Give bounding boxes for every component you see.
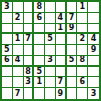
cell-r6c8[interactable]: 8 xyxy=(77,56,88,67)
cell-r4c6[interactable] xyxy=(56,34,67,45)
cell-r6c3[interactable] xyxy=(24,56,35,67)
cell-r7c1[interactable] xyxy=(2,67,13,78)
cell-r9c9[interactable]: 3 xyxy=(88,88,99,99)
cell-r2c8[interactable] xyxy=(77,13,88,24)
cell-r4c2[interactable]: 1 xyxy=(13,34,24,45)
cell-r9c2[interactable]: 7 xyxy=(13,88,24,99)
cell-r9c8[interactable] xyxy=(77,88,88,99)
cell-r1c8[interactable]: 1 xyxy=(77,2,88,13)
cell-r6c7[interactable]: 5 xyxy=(67,56,78,67)
cell-r3c5[interactable] xyxy=(45,24,56,35)
cell-r9c1[interactable] xyxy=(2,88,13,99)
cell-r2c5[interactable] xyxy=(45,13,56,24)
cell-r8c7[interactable] xyxy=(67,77,78,88)
cell-r1c3[interactable] xyxy=(24,2,35,13)
cell-r8c4[interactable]: 1 xyxy=(34,77,45,88)
cell-r6c1[interactable]: 6 xyxy=(2,56,13,67)
cell-r1c1[interactable]: 3 xyxy=(2,2,13,13)
cell-r2c9[interactable] xyxy=(88,13,99,24)
cell-r8c9[interactable] xyxy=(88,77,99,88)
cell-r5c6[interactable] xyxy=(56,45,67,56)
cell-r8c2[interactable] xyxy=(13,77,24,88)
cell-r6c9[interactable] xyxy=(88,56,99,67)
cell-r5c7[interactable] xyxy=(67,45,78,56)
cell-r7c9[interactable] xyxy=(88,67,99,78)
cell-r7c6[interactable] xyxy=(56,67,67,78)
cell-r3c3[interactable] xyxy=(24,24,35,35)
cell-r7c5[interactable] xyxy=(45,67,56,78)
cell-r4c1[interactable] xyxy=(2,34,13,45)
cell-r6c2[interactable]: 4 xyxy=(13,56,24,67)
cell-r6c6[interactable] xyxy=(56,56,67,67)
cell-r5c3[interactable] xyxy=(24,45,35,56)
cell-r6c4[interactable] xyxy=(34,56,45,67)
cell-r5c4[interactable] xyxy=(34,45,45,56)
cell-r2c2[interactable]: 2 xyxy=(13,13,24,24)
cell-r2c6[interactable]: 4 xyxy=(56,13,67,24)
cell-r2c7[interactable]: 7 xyxy=(67,13,78,24)
sudoku-board: 381264719175245964358853176793 xyxy=(0,0,101,101)
cell-r3c6[interactable]: 1 xyxy=(56,24,67,35)
cell-r1c7[interactable] xyxy=(67,2,78,13)
cell-r9c5[interactable] xyxy=(45,88,56,99)
cell-r7c2[interactable] xyxy=(13,67,24,78)
cell-r3c7[interactable]: 9 xyxy=(67,24,78,35)
cell-r9c7[interactable] xyxy=(67,88,78,99)
cell-r1c5[interactable] xyxy=(45,2,56,13)
cell-r8c3[interactable]: 3 xyxy=(24,77,35,88)
cell-r7c8[interactable] xyxy=(77,67,88,78)
cell-r7c7[interactable] xyxy=(67,67,78,78)
cell-r6c5[interactable]: 3 xyxy=(45,56,56,67)
cell-r4c7[interactable] xyxy=(67,34,78,45)
cell-r5c8[interactable] xyxy=(77,45,88,56)
cell-r2c1[interactable] xyxy=(2,13,13,24)
cell-r4c3[interactable]: 7 xyxy=(24,34,35,45)
cell-r7c3[interactable]: 8 xyxy=(24,67,35,78)
cell-r2c4[interactable]: 6 xyxy=(34,13,45,24)
cell-r5c1[interactable]: 5 xyxy=(2,45,13,56)
cell-r7c4[interactable]: 5 xyxy=(34,67,45,78)
cell-r1c6[interactable] xyxy=(56,2,67,13)
cell-r4c4[interactable] xyxy=(34,34,45,45)
cell-r3c9[interactable] xyxy=(88,24,99,35)
cell-r9c3[interactable] xyxy=(24,88,35,99)
cell-r3c1[interactable] xyxy=(2,24,13,35)
cell-r1c9[interactable] xyxy=(88,2,99,13)
cell-r2c3[interactable] xyxy=(24,13,35,24)
cell-r8c6[interactable]: 7 xyxy=(56,77,67,88)
cell-r4c8[interactable]: 2 xyxy=(77,34,88,45)
cell-r8c5[interactable] xyxy=(45,77,56,88)
cell-r3c8[interactable] xyxy=(77,24,88,35)
cell-r3c4[interactable] xyxy=(34,24,45,35)
cell-r4c5[interactable]: 5 xyxy=(45,34,56,45)
cell-r8c8[interactable]: 6 xyxy=(77,77,88,88)
cell-r9c6[interactable]: 9 xyxy=(56,88,67,99)
cell-r9c4[interactable] xyxy=(34,88,45,99)
cell-r5c5[interactable] xyxy=(45,45,56,56)
cell-r1c4[interactable]: 8 xyxy=(34,2,45,13)
cell-r8c1[interactable] xyxy=(2,77,13,88)
cell-r3c2[interactable] xyxy=(13,24,24,35)
cell-r5c2[interactable] xyxy=(13,45,24,56)
cell-r4c9[interactable]: 4 xyxy=(88,34,99,45)
cell-r1c2[interactable] xyxy=(13,2,24,13)
cell-r5c9[interactable]: 9 xyxy=(88,45,99,56)
